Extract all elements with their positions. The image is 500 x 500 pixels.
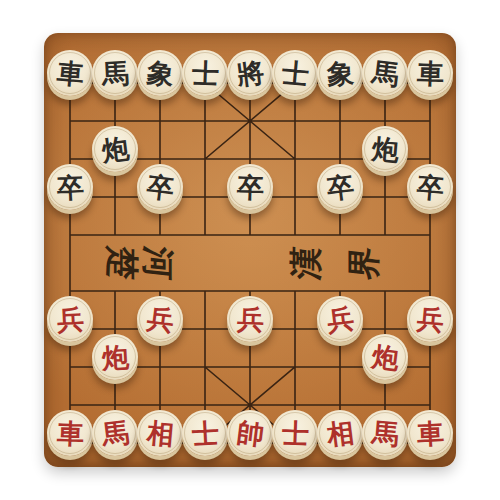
piece-red-soldier[interactable]: 兵 xyxy=(137,296,183,342)
piece-glyph: 士 xyxy=(281,419,309,447)
xiangqi-board[interactable]: 楚 河 漢 界 車馬象士將士象馬車炮炮卒卒卒卒卒兵兵兵兵兵炮炮車馬相士帥士相馬車 xyxy=(44,33,456,467)
piece-glyph: 兵 xyxy=(415,304,444,333)
piece-glyph: 象 xyxy=(326,59,354,87)
piece-red-soldier[interactable]: 兵 xyxy=(227,296,273,342)
piece-glyph: 炮 xyxy=(370,342,400,372)
product-photo: 楚 河 漢 界 車馬象士將士象馬車炮炮卒卒卒卒卒兵兵兵兵兵炮炮車馬相士帥士相馬車 xyxy=(0,0,500,500)
piece-glyph: 士 xyxy=(191,59,219,87)
river-band: 楚 河 漢 界 xyxy=(44,235,456,291)
river-char-han: 漢 xyxy=(284,239,328,288)
piece-glyph: 卒 xyxy=(325,172,355,202)
piece-glyph: 帥 xyxy=(235,418,265,448)
piece-red-soldier[interactable]: 兵 xyxy=(47,296,93,342)
river-char-he: 河 xyxy=(136,239,180,288)
piece-red-general[interactable]: 帥 xyxy=(227,410,273,456)
piece-black-soldier[interactable]: 卒 xyxy=(137,164,183,210)
piece-black-soldier[interactable]: 卒 xyxy=(47,164,93,210)
river-char-jie: 界 xyxy=(342,239,386,288)
piece-glyph: 車 xyxy=(55,58,84,87)
piece-glyph: 車 xyxy=(416,419,444,447)
piece-glyph: 馬 xyxy=(100,418,130,448)
piece-glyph: 車 xyxy=(56,419,84,447)
piece-red-elephant[interactable]: 相 xyxy=(317,410,363,456)
piece-glyph: 卒 xyxy=(145,172,175,202)
piece-red-soldier[interactable]: 兵 xyxy=(407,296,453,342)
piece-black-chariot[interactable]: 車 xyxy=(407,50,453,96)
piece-red-horse[interactable]: 馬 xyxy=(92,410,138,456)
piece-black-advisor[interactable]: 士 xyxy=(272,50,318,96)
piece-glyph: 相 xyxy=(325,418,355,448)
piece-glyph: 相 xyxy=(145,418,174,447)
piece-glyph: 象 xyxy=(145,58,175,88)
piece-black-soldier[interactable]: 卒 xyxy=(407,164,453,210)
piece-glyph: 兵 xyxy=(145,304,175,334)
piece-glyph: 卒 xyxy=(56,173,84,201)
piece-black-horse[interactable]: 馬 xyxy=(362,50,408,96)
piece-glyph: 馬 xyxy=(370,58,400,88)
piece-red-horse[interactable]: 馬 xyxy=(362,410,408,456)
piece-glyph: 炮 xyxy=(370,134,399,163)
piece-black-soldier[interactable]: 卒 xyxy=(227,164,273,210)
piece-glyph: 卒 xyxy=(236,173,264,201)
piece-glyph: 馬 xyxy=(370,418,399,447)
piece-red-cannon[interactable]: 炮 xyxy=(362,334,408,380)
piece-black-advisor[interactable]: 士 xyxy=(182,50,228,96)
piece-black-soldier[interactable]: 卒 xyxy=(317,164,363,210)
piece-red-cannon[interactable]: 炮 xyxy=(92,334,138,380)
piece-glyph: 士 xyxy=(191,419,219,447)
piece-glyph: 士 xyxy=(280,58,309,87)
piece-glyph: 卒 xyxy=(415,172,444,201)
piece-black-cannon[interactable]: 炮 xyxy=(362,126,408,172)
piece-glyph: 兵 xyxy=(56,305,84,333)
piece-red-chariot[interactable]: 車 xyxy=(407,410,453,456)
piece-glyph: 車 xyxy=(416,59,444,87)
piece-black-elephant[interactable]: 象 xyxy=(137,50,183,96)
piece-glyph: 兵 xyxy=(325,304,355,334)
piece-glyph: 炮 xyxy=(101,343,129,371)
piece-red-elephant[interactable]: 相 xyxy=(137,410,183,456)
piece-black-cannon[interactable]: 炮 xyxy=(92,126,138,172)
piece-red-advisor[interactable]: 士 xyxy=(182,410,228,456)
piece-red-chariot[interactable]: 車 xyxy=(47,410,93,456)
piece-black-elephant[interactable]: 象 xyxy=(317,50,363,96)
piece-glyph: 將 xyxy=(235,58,265,88)
piece-red-soldier[interactable]: 兵 xyxy=(317,296,363,342)
piece-glyph: 炮 xyxy=(100,134,130,164)
piece-black-general[interactable]: 將 xyxy=(227,50,273,96)
piece-black-chariot[interactable]: 車 xyxy=(47,50,93,96)
piece-glyph: 馬 xyxy=(101,59,129,87)
piece-glyph: 兵 xyxy=(236,305,264,333)
piece-black-horse[interactable]: 馬 xyxy=(92,50,138,96)
piece-red-advisor[interactable]: 士 xyxy=(272,410,318,456)
